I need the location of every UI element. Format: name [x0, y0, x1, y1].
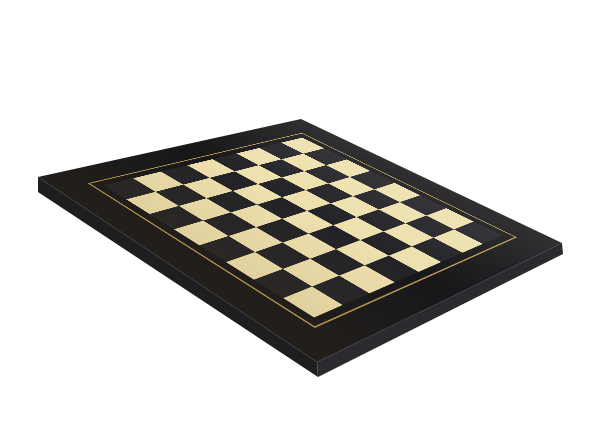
product-photo-stage	[0, 0, 600, 443]
